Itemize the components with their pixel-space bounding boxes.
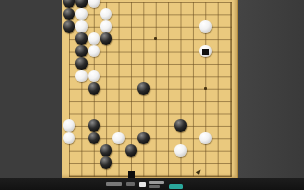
- black-stone: [174, 119, 187, 132]
- progress-chip: [139, 182, 146, 187]
- black-stone: [75, 57, 88, 70]
- edge-square-marker: [128, 171, 135, 178]
- teal-badge[interactable]: [169, 184, 183, 189]
- left-letterbox-panel: [0, 0, 62, 178]
- white-stone: [63, 119, 76, 132]
- white-stone: [88, 32, 101, 45]
- black-stone: [75, 32, 88, 45]
- black-stone: [88, 132, 101, 145]
- black-stone: [125, 144, 138, 157]
- star-point: [204, 87, 207, 90]
- overlay-caption-blob: [106, 182, 122, 186]
- black-stone: [100, 144, 113, 157]
- video-frame: [0, 0, 304, 190]
- black-stone: [137, 132, 150, 145]
- black-stone: [75, 45, 88, 58]
- go-board[interactable]: [62, 0, 238, 179]
- right-letterbox-panel: [237, 0, 304, 178]
- white-stone: [75, 20, 88, 33]
- white-stone: [199, 20, 212, 33]
- last-move-marker: [202, 49, 209, 56]
- white-stone: [174, 144, 187, 157]
- white-stone: [112, 132, 125, 145]
- player-control-bar[interactable]: [0, 178, 304, 190]
- black-stone: [63, 20, 76, 33]
- black-stone: [137, 82, 150, 95]
- overlay-caption-blob: [126, 182, 135, 186]
- white-stone: [75, 8, 88, 21]
- status-text-blob: [149, 185, 160, 188]
- white-stone: [75, 70, 88, 83]
- white-stone: [199, 132, 212, 145]
- white-stone: [88, 70, 101, 83]
- white-stone: [100, 20, 113, 33]
- black-stone: [88, 119, 101, 132]
- status-text-blob: [149, 181, 164, 184]
- black-stone: [88, 82, 101, 95]
